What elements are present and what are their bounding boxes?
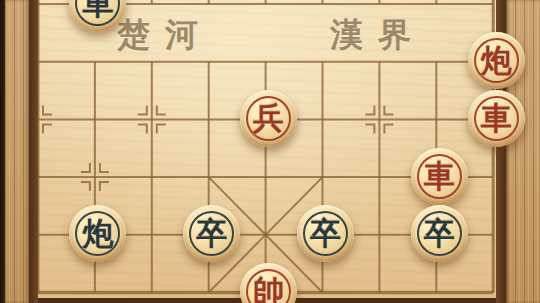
river-label-chu-he: 楚河 — [117, 17, 213, 55]
piece-glyph: 炮 — [82, 218, 113, 249]
piece-glyph: 卒 — [424, 218, 455, 249]
piece-red-chariot[interactable]: 車 — [468, 90, 525, 147]
piece-glyph: 炮 — [481, 45, 512, 76]
piece-glyph: 帥 — [253, 276, 284, 303]
frame-left-wood — [5, 0, 29, 303]
xiangqi-board: 楚河 漢界 車炮兵車車炮卒卒卒帥 — [0, 0, 540, 303]
piece-glyph: 兵 — [253, 103, 284, 134]
piece-glyph: 車 — [424, 161, 455, 192]
piece-black-soldier[interactable]: 卒 — [297, 205, 354, 262]
piece-red-soldier[interactable]: 兵 — [240, 90, 297, 147]
frame-left-dark-band — [29, 0, 38, 303]
piece-glyph: 卒 — [310, 218, 341, 249]
piece-red-cannon[interactable]: 炮 — [468, 32, 525, 89]
piece-red-chariot[interactable]: 車 — [411, 148, 468, 205]
piece-glyph: 車 — [82, 0, 113, 19]
river-label-han-jie: 漢界 — [330, 17, 426, 55]
piece-black-soldier[interactable]: 卒 — [411, 205, 468, 262]
piece-glyph: 車 — [481, 103, 512, 134]
board-grid-lines — [0, 0, 540, 303]
piece-glyph: 卒 — [196, 218, 227, 249]
